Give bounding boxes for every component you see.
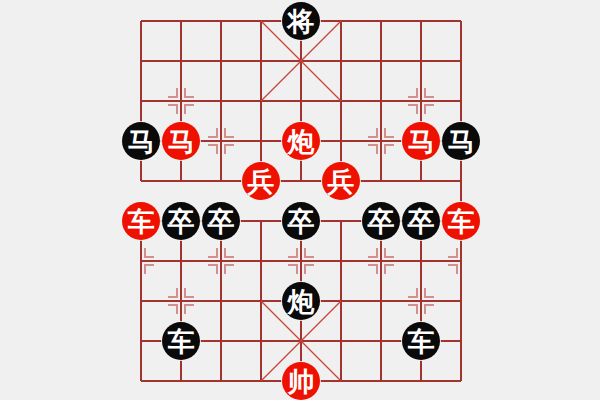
piece-black-cannon[interactable]: 炮 (282, 282, 320, 320)
piece-layer: 将马马炮马马兵兵车卒卒卒卒卒车炮车车帅 (121, 1, 481, 400)
piece-black-soldier[interactable]: 卒 (202, 202, 240, 240)
xiangqi-board: 将马马炮马马兵兵车卒卒卒卒卒车炮车车帅 (0, 0, 600, 400)
piece-red-horse[interactable]: 马 (402, 122, 440, 160)
piece-black-soldier[interactable]: 卒 (282, 202, 320, 240)
piece-red-general[interactable]: 帅 (282, 362, 320, 400)
piece-red-soldier[interactable]: 兵 (322, 162, 360, 200)
piece-red-chariot[interactable]: 车 (442, 202, 480, 240)
piece-black-soldier[interactable]: 卒 (162, 202, 200, 240)
piece-red-cannon[interactable]: 炮 (282, 122, 320, 160)
piece-red-horse[interactable]: 马 (162, 122, 200, 160)
piece-black-chariot[interactable]: 车 (162, 322, 200, 360)
piece-black-chariot[interactable]: 车 (402, 322, 440, 360)
piece-red-soldier[interactable]: 兵 (242, 162, 280, 200)
piece-black-general[interactable]: 将 (282, 2, 320, 40)
piece-red-chariot[interactable]: 车 (122, 202, 160, 240)
piece-black-soldier[interactable]: 卒 (402, 202, 440, 240)
piece-black-horse[interactable]: 马 (122, 122, 160, 160)
piece-black-soldier[interactable]: 卒 (362, 202, 400, 240)
piece-black-horse[interactable]: 马 (442, 122, 480, 160)
